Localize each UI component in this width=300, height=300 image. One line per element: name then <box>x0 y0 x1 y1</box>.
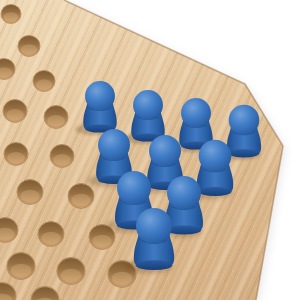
board-hole[interactable] <box>7 253 35 280</box>
board-hole[interactable] <box>68 184 94 209</box>
board-hole[interactable] <box>17 180 43 205</box>
board-hole[interactable] <box>50 145 74 168</box>
board-hole[interactable] <box>31 287 59 300</box>
board-hole[interactable] <box>33 71 55 92</box>
board-hole[interactable] <box>0 283 16 300</box>
board-hole[interactable] <box>4 143 28 166</box>
board-hole[interactable] <box>1 4 21 23</box>
product-photo-scene <box>0 0 300 300</box>
board-hole[interactable] <box>57 258 85 285</box>
board-overlay <box>0 0 300 300</box>
board-hole[interactable] <box>38 222 64 247</box>
board-hole[interactable] <box>3 100 27 123</box>
blue-peg[interactable] <box>75 81 116 135</box>
board-hole[interactable] <box>0 218 18 243</box>
board-hole[interactable] <box>0 59 15 80</box>
board-hole[interactable] <box>18 36 40 57</box>
board-hole[interactable] <box>44 106 68 129</box>
blue-peg[interactable] <box>123 90 164 144</box>
